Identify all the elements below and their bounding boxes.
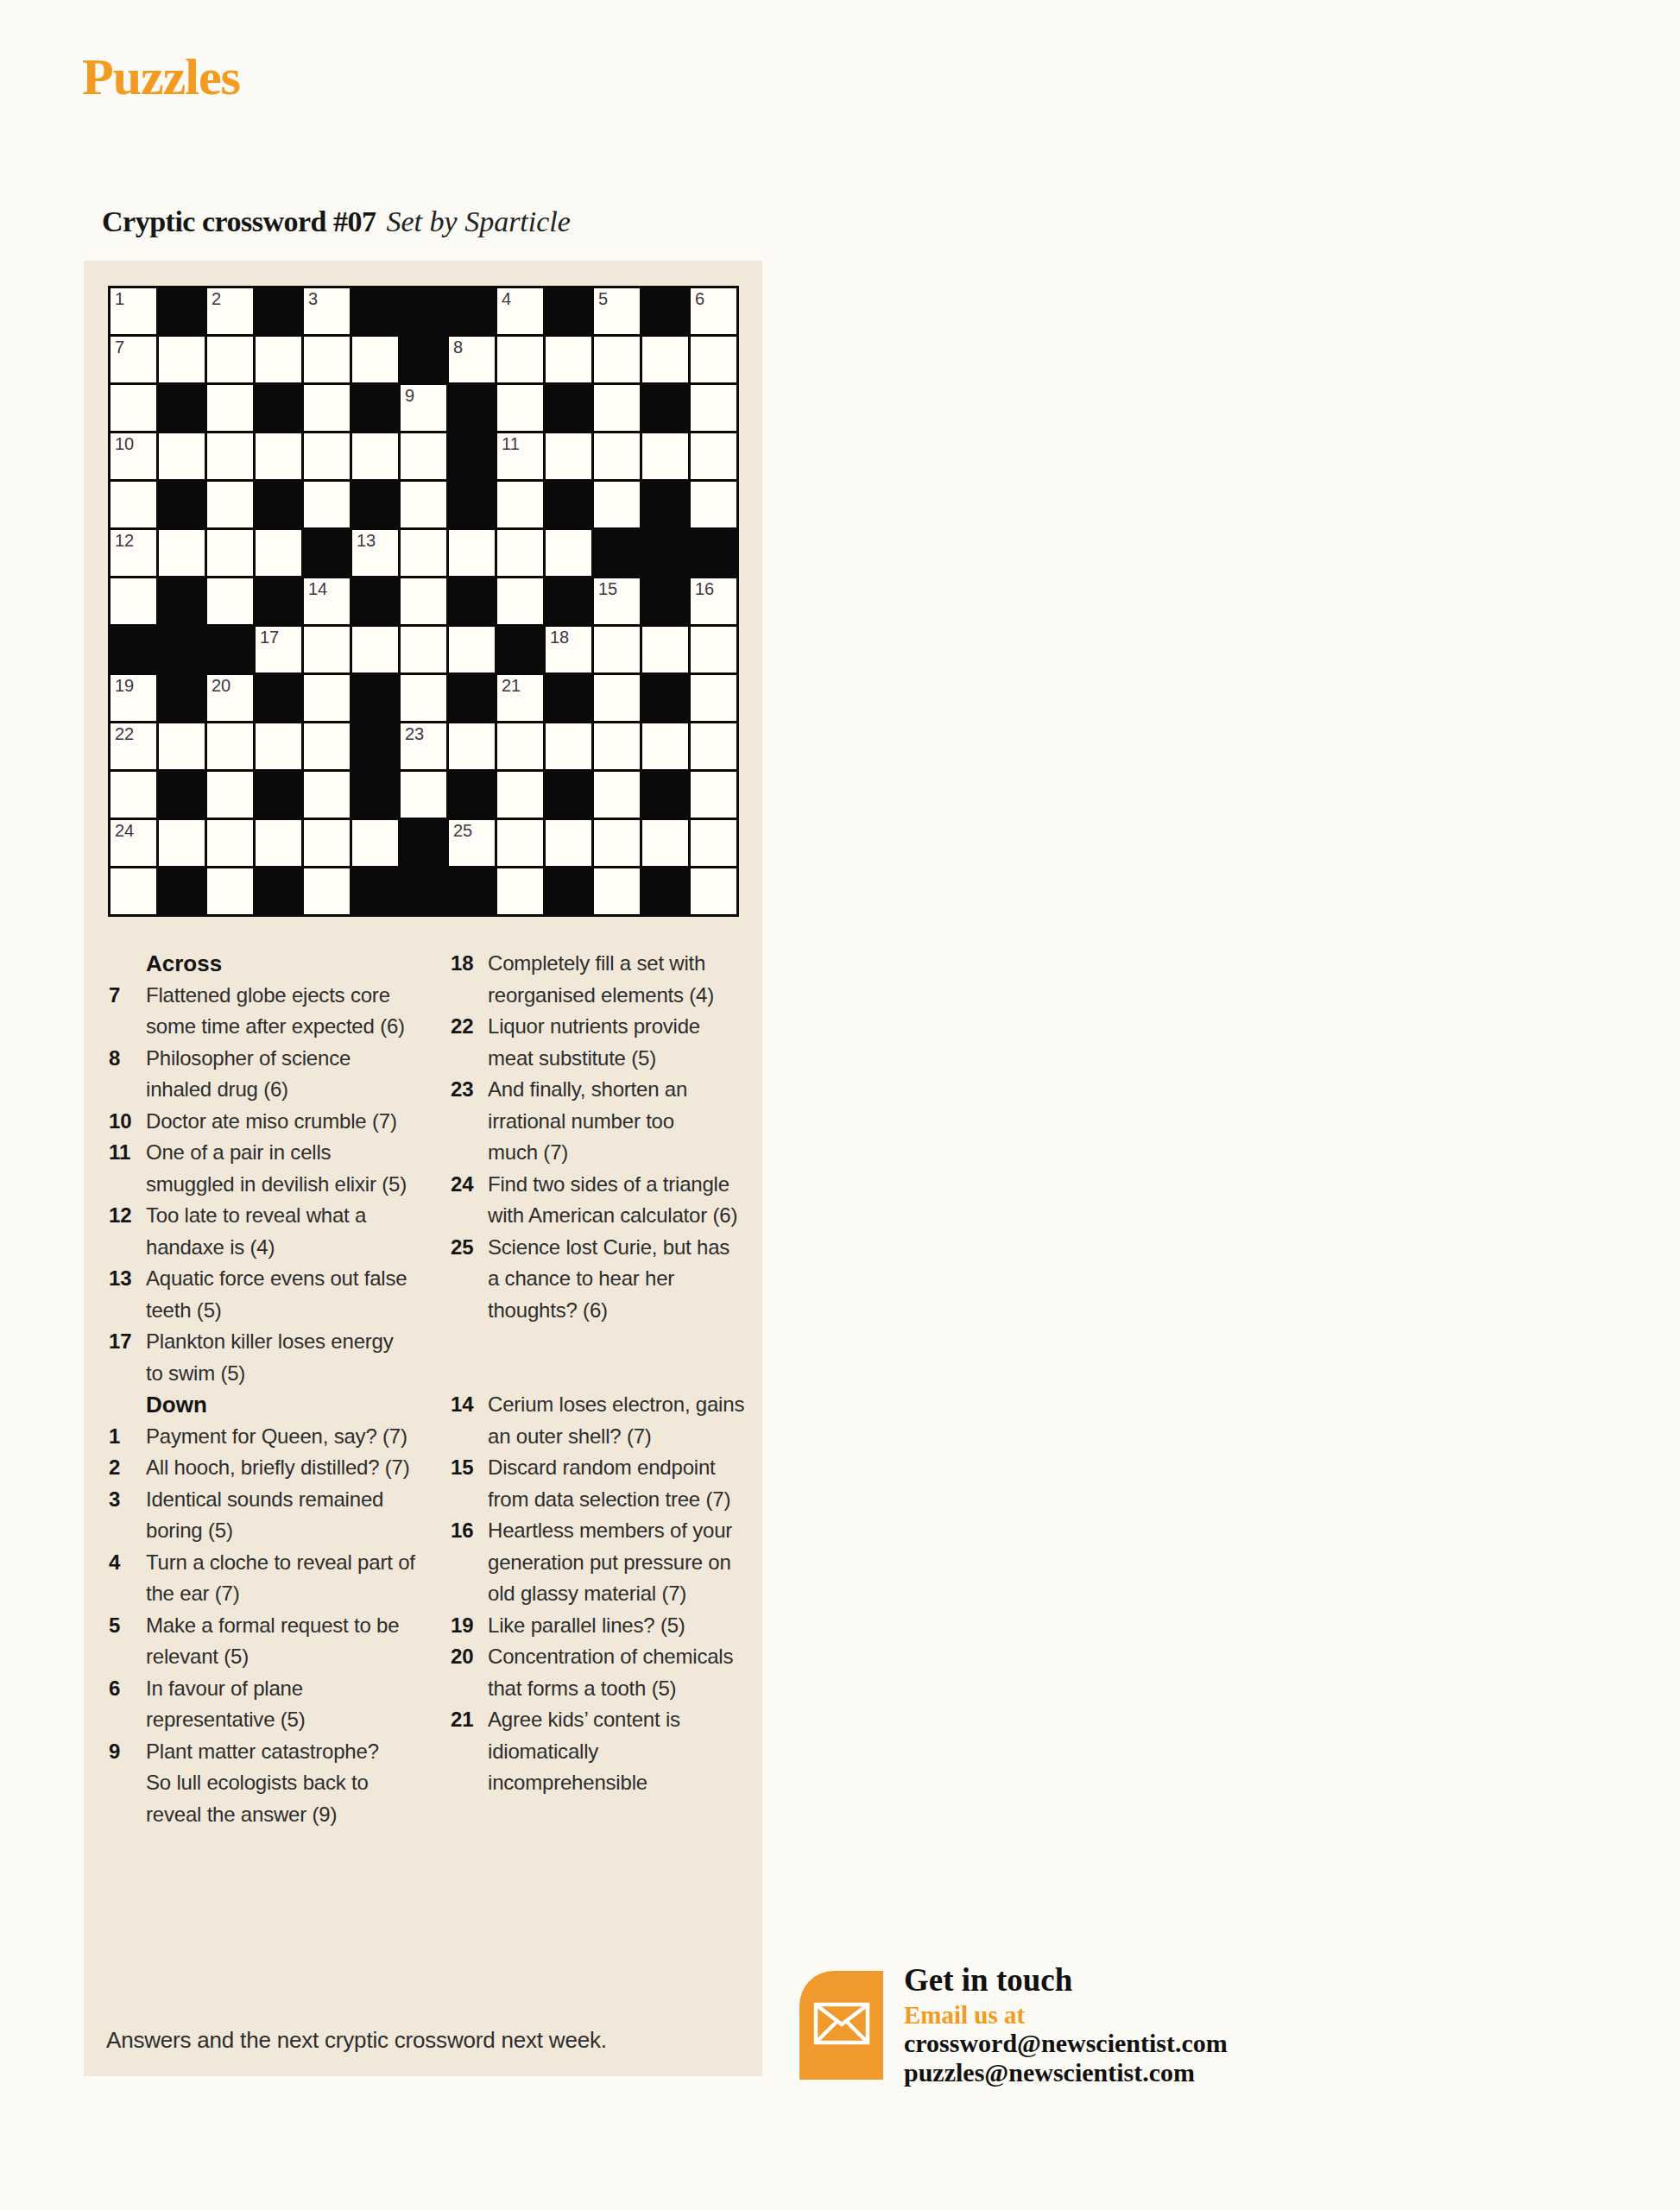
- cell-r6c6[interactable]: 13: [352, 530, 398, 576]
- cell-r10c6: [352, 723, 398, 769]
- clue-down-4: 4Turn a cloche to reveal part ofthe ear …: [109, 1547, 442, 1610]
- clue-number: 21: [451, 1704, 488, 1799]
- clue-down-14: 14Cerium loses electron, gainsan outer s…: [451, 1389, 755, 1452]
- cell-r5c4: [256, 482, 301, 527]
- cell-r4c10[interactable]: [546, 433, 591, 479]
- clues-column-left: Across7Flattened globe ejects coresome t…: [109, 948, 442, 1830]
- cell-r12c2[interactable]: [159, 820, 205, 866]
- cell-r5c1[interactable]: [111, 482, 156, 527]
- cell-r13c3[interactable]: [207, 868, 253, 914]
- cell-r5c9[interactable]: [497, 482, 543, 527]
- clue-down-15: 15Discard random endpointfrom data selec…: [451, 1452, 755, 1515]
- clue-number: 4: [109, 1547, 146, 1610]
- cell-r5c8: [449, 482, 495, 527]
- cell-r11c11[interactable]: [594, 772, 640, 818]
- cell-r10c10[interactable]: [546, 723, 591, 769]
- cell-number: 14: [308, 578, 327, 599]
- cell-r9c2: [159, 675, 205, 721]
- cell-r2c6[interactable]: [352, 337, 398, 382]
- cell-number: 4: [502, 288, 511, 309]
- cell-r11c6: [352, 772, 398, 818]
- cell-r8c12[interactable]: [642, 627, 688, 672]
- cell-r4c7[interactable]: [401, 433, 446, 479]
- puzzle-title-line: Cryptic crossword #07Set by Sparticle: [102, 205, 571, 238]
- clue-number: 22: [451, 1011, 488, 1074]
- clues-column-right: 18Completely fill a set withreorganised …: [451, 948, 755, 1799]
- cell-r3c10: [546, 385, 591, 431]
- clue-down-6: 6In favour of planerepresentative (5): [109, 1673, 442, 1736]
- cell-r3c11[interactable]: [594, 385, 640, 431]
- clue-text: Plant matter catastrophe?So lull ecologi…: [146, 1736, 379, 1831]
- cell-r12c11[interactable]: [594, 820, 640, 866]
- clue-number: 13: [109, 1263, 146, 1326]
- cell-r2c10[interactable]: [546, 337, 591, 382]
- cell-r6c1[interactable]: 12: [111, 530, 156, 576]
- cell-r1c13[interactable]: 6: [691, 288, 736, 334]
- cell-r4c9[interactable]: 11: [497, 433, 543, 479]
- clue-across-8: 8Philosopher of scienceinhaled drug (6): [109, 1043, 442, 1106]
- clue-across-22: 22Liquor nutrients providemeat substitut…: [451, 1011, 755, 1074]
- cell-r3c5[interactable]: [304, 385, 350, 431]
- clue-text: Concentration of chemicalsthat forms a t…: [488, 1641, 733, 1704]
- cell-r12c10[interactable]: [546, 820, 591, 866]
- puzzle-byline: Set by Sparticle: [387, 205, 571, 237]
- cell-r6c7[interactable]: [401, 530, 446, 576]
- cell-r3c13[interactable]: [691, 385, 736, 431]
- cell-number: 22: [115, 723, 134, 744]
- cell-r1c8: [449, 288, 495, 334]
- cell-r7c3[interactable]: [207, 578, 253, 624]
- cell-r11c8: [449, 772, 495, 818]
- cell-r1c10: [546, 288, 591, 334]
- cell-r13c12: [642, 868, 688, 914]
- clue-across-25: 25Science lost Curie, but hasa chance to…: [451, 1232, 755, 1327]
- cell-r12c6[interactable]: [352, 820, 398, 866]
- cell-number: 16: [695, 578, 714, 599]
- cell-r7c10: [546, 578, 591, 624]
- cell-r1c3[interactable]: 2: [207, 288, 253, 334]
- cell-r10c7[interactable]: 23: [401, 723, 446, 769]
- cell-r7c8: [449, 578, 495, 624]
- clue-number: 20: [451, 1641, 488, 1704]
- cell-r11c2: [159, 772, 205, 818]
- cell-r3c3[interactable]: [207, 385, 253, 431]
- cell-r13c6: [352, 868, 398, 914]
- cell-r12c1[interactable]: 24: [111, 820, 156, 866]
- cell-r4c5[interactable]: [304, 433, 350, 479]
- cell-r5c2: [159, 482, 205, 527]
- cell-r8c11[interactable]: [594, 627, 640, 672]
- clue-number: 16: [451, 1515, 488, 1610]
- clue-text: One of a pair in cellssmuggled in devili…: [146, 1137, 407, 1200]
- clue-text: Make a formal request to berelevant (5): [146, 1610, 399, 1673]
- cell-r9c13[interactable]: [691, 675, 736, 721]
- cell-r5c13[interactable]: [691, 482, 736, 527]
- cell-r8c1: [111, 627, 156, 672]
- cell-r9c1[interactable]: 19: [111, 675, 156, 721]
- cell-r5c3[interactable]: [207, 482, 253, 527]
- clue-text: Turn a cloche to reveal part ofthe ear (…: [146, 1547, 415, 1610]
- cell-r10c5[interactable]: [304, 723, 350, 769]
- clue-across-13: 13Aquatic force evens out falseteeth (5): [109, 1263, 442, 1326]
- cell-r10c11[interactable]: [594, 723, 640, 769]
- cell-r13c13[interactable]: [691, 868, 736, 914]
- cell-r4c1[interactable]: 10: [111, 433, 156, 479]
- clue-number: 6: [109, 1673, 146, 1736]
- cell-number: 23: [405, 723, 424, 744]
- cell-r5c10: [546, 482, 591, 527]
- cell-number: 2: [212, 288, 221, 309]
- cell-r9c4: [256, 675, 301, 721]
- cell-r1c11[interactable]: 5: [594, 288, 640, 334]
- clue-text: Payment for Queen, say? (7): [146, 1421, 407, 1453]
- answers-note: Answers and the next cryptic crossword n…: [106, 2027, 607, 2054]
- clue-across-12: 12Too late to reveal what ahandaxe is (4…: [109, 1200, 442, 1263]
- cell-r8c9: [497, 627, 543, 672]
- clue-number: 8: [109, 1043, 146, 1106]
- email-icon-tile: [799, 1971, 883, 2080]
- across-heading: Across: [146, 948, 442, 980]
- cell-r11c3[interactable]: [207, 772, 253, 818]
- cell-r5c6: [352, 482, 398, 527]
- cell-r2c9[interactable]: [497, 337, 543, 382]
- clue-text: Liquor nutrients providemeat substitute …: [488, 1011, 700, 1074]
- cell-r11c12: [642, 772, 688, 818]
- cell-r6c12: [642, 530, 688, 576]
- cell-r7c13[interactable]: 16: [691, 578, 736, 624]
- cell-number: 9: [405, 385, 414, 406]
- cell-r1c7: [401, 288, 446, 334]
- cell-r7c9[interactable]: [497, 578, 543, 624]
- cell-number: 1: [115, 288, 124, 309]
- cell-r4c8: [449, 433, 495, 479]
- cell-r3c12: [642, 385, 688, 431]
- cell-r8c8[interactable]: [449, 627, 495, 672]
- cell-r2c12[interactable]: [642, 337, 688, 382]
- clue-text: Heartless members of yourgeneration put …: [488, 1515, 732, 1610]
- cell-r8c4[interactable]: 17: [256, 627, 301, 672]
- cell-number: 5: [598, 288, 608, 309]
- cell-r13c1[interactable]: [111, 868, 156, 914]
- cell-number: 7: [115, 337, 124, 357]
- clue-text: Flattened globe ejects coresome time aft…: [146, 980, 405, 1043]
- puzzles-email[interactable]: puzzles@newscientist.com: [904, 2058, 1195, 2087]
- clue-number: 3: [109, 1484, 146, 1547]
- cell-r9c6: [352, 675, 398, 721]
- cell-r10c1[interactable]: 22: [111, 723, 156, 769]
- cell-r9c3[interactable]: 20: [207, 675, 253, 721]
- clue-text: Cerium loses electron, gainsan outer she…: [488, 1389, 744, 1452]
- clue-number: 1: [109, 1421, 146, 1453]
- cell-r12c9[interactable]: [497, 820, 543, 866]
- clue-text: Discard random endpointfrom data selecti…: [488, 1452, 730, 1515]
- clue-number: 18: [451, 948, 488, 1011]
- cell-r12c5[interactable]: [304, 820, 350, 866]
- clue-down-19: 19Like parallel lines? (5): [451, 1610, 755, 1642]
- clue-text: Find two sides of a trianglewith America…: [488, 1169, 737, 1232]
- cell-r6c10[interactable]: [546, 530, 591, 576]
- cell-r13c10: [546, 868, 591, 914]
- clue-text: Like parallel lines? (5): [488, 1610, 685, 1642]
- cell-number: 11: [502, 433, 520, 454]
- cell-r4c4[interactable]: [256, 433, 301, 479]
- cell-r6c11: [594, 530, 640, 576]
- cell-number: 13: [357, 530, 376, 551]
- clue-across-18: 18Completely fill a set withreorganised …: [451, 948, 755, 1011]
- cell-r3c4: [256, 385, 301, 431]
- cell-r3c1[interactable]: [111, 385, 156, 431]
- clue-across-11: 11One of a pair in cellssmuggled in devi…: [109, 1137, 442, 1200]
- cell-r13c7: [401, 868, 446, 914]
- cell-r8c6[interactable]: [352, 627, 398, 672]
- clue-text: Aquatic force evens out falseteeth (5): [146, 1263, 407, 1326]
- cell-r7c12: [642, 578, 688, 624]
- cell-r1c4: [256, 288, 301, 334]
- crossword-email[interactable]: crossword@newscientist.com: [904, 2029, 1228, 2058]
- cell-r3c9[interactable]: [497, 385, 543, 431]
- cell-r8c2: [159, 627, 205, 672]
- cell-r2c13[interactable]: [691, 337, 736, 382]
- clue-text: Science lost Curie, but hasa chance to h…: [488, 1232, 729, 1327]
- clue-number: 23: [451, 1074, 488, 1169]
- clue-number: 2: [109, 1452, 146, 1484]
- cell-r3c6: [352, 385, 398, 431]
- cell-r6c8[interactable]: [449, 530, 495, 576]
- cell-r7c4: [256, 578, 301, 624]
- clue-text: Completely fill a set withreorganised el…: [488, 948, 714, 1011]
- clue-number: 12: [109, 1200, 146, 1263]
- clue-number: 9: [109, 1736, 146, 1831]
- cell-r8c5[interactable]: [304, 627, 350, 672]
- cell-r1c12: [642, 288, 688, 334]
- cell-number: 10: [115, 433, 134, 454]
- clue-down-3: 3Identical sounds remainedboring (5): [109, 1484, 442, 1547]
- cell-number: 3: [308, 288, 318, 309]
- cell-r5c7[interactable]: [401, 482, 446, 527]
- cell-r5c12: [642, 482, 688, 527]
- down-heading: Down: [146, 1389, 442, 1421]
- cell-r13c9[interactable]: [497, 868, 543, 914]
- cell-r10c2[interactable]: [159, 723, 205, 769]
- cell-r13c4: [256, 868, 301, 914]
- cell-r10c3[interactable]: [207, 723, 253, 769]
- cell-number: 20: [212, 675, 231, 696]
- cell-r11c1[interactable]: [111, 772, 156, 818]
- cell-r13c8: [449, 868, 495, 914]
- clue-number: 10: [109, 1106, 146, 1138]
- cell-r10c12[interactable]: [642, 723, 688, 769]
- cell-r2c4[interactable]: [256, 337, 301, 382]
- cell-r11c13[interactable]: [691, 772, 736, 818]
- cell-r13c5[interactable]: [304, 868, 350, 914]
- cell-r11c5[interactable]: [304, 772, 350, 818]
- cell-r1c9[interactable]: 4: [497, 288, 543, 334]
- clue-text: All hooch, briefly distilled? (7): [146, 1452, 410, 1484]
- cell-r4c13[interactable]: [691, 433, 736, 479]
- cell-r2c2[interactable]: [159, 337, 205, 382]
- cell-r10c13[interactable]: [691, 723, 736, 769]
- email-us-at-label: Email us at: [904, 2001, 1025, 2030]
- cell-r1c2: [159, 288, 205, 334]
- crossword-grid: 1234567891011121314151617181920212223242…: [108, 286, 739, 917]
- clue-text: In favour of planerepresentative (5): [146, 1673, 306, 1736]
- cell-r6c9[interactable]: [497, 530, 543, 576]
- cell-r2c3[interactable]: [207, 337, 253, 382]
- cell-r1c5[interactable]: 3: [304, 288, 350, 334]
- clue-text: And finally, shorten anirrational number…: [488, 1074, 687, 1169]
- cell-r7c2: [159, 578, 205, 624]
- cell-r7c5[interactable]: 14: [304, 578, 350, 624]
- cell-number: 6: [695, 288, 704, 309]
- clue-number: 19: [451, 1610, 488, 1642]
- clue-number: 17: [109, 1326, 146, 1389]
- clue-number: 15: [451, 1452, 488, 1515]
- cell-r4c12[interactable]: [642, 433, 688, 479]
- clue-text: Too late to reveal what ahandaxe is (4): [146, 1200, 366, 1263]
- envelope-icon: [813, 2002, 870, 2049]
- cell-r10c4[interactable]: [256, 723, 301, 769]
- cell-r8c3: [207, 627, 253, 672]
- cell-r9c11[interactable]: [594, 675, 640, 721]
- cell-r13c2: [159, 868, 205, 914]
- cell-r5c5[interactable]: [304, 482, 350, 527]
- cell-r1c6: [352, 288, 398, 334]
- cell-r1c1[interactable]: 1: [111, 288, 156, 334]
- clue-across-7: 7Flattened globe ejects coresome time af…: [109, 980, 442, 1043]
- cell-r8c10[interactable]: 18: [546, 627, 591, 672]
- cell-r3c2: [159, 385, 205, 431]
- clue-across-23: 23And finally, shorten anirrational numb…: [451, 1074, 755, 1169]
- cell-r7c11[interactable]: 15: [594, 578, 640, 624]
- clue-number: 24: [451, 1169, 488, 1232]
- cell-r11c7[interactable]: [401, 772, 446, 818]
- cell-r9c8: [449, 675, 495, 721]
- clue-across-10: 10Doctor ate miso crumble (7): [109, 1106, 442, 1138]
- cell-r7c6: [352, 578, 398, 624]
- cell-r7c7[interactable]: [401, 578, 446, 624]
- cell-r3c8: [449, 385, 495, 431]
- cell-r12c3[interactable]: [207, 820, 253, 866]
- cell-r5c11[interactable]: [594, 482, 640, 527]
- cell-number: 12: [115, 530, 134, 551]
- clue-number: 11: [109, 1137, 146, 1200]
- clue-down-20: 20Concentration of chemicalsthat forms a…: [451, 1641, 755, 1704]
- cell-r6c3[interactable]: [207, 530, 253, 576]
- cell-r4c6[interactable]: [352, 433, 398, 479]
- cell-r2c11[interactable]: [594, 337, 640, 382]
- cell-r12c13[interactable]: [691, 820, 736, 866]
- cell-r13c11[interactable]: [594, 868, 640, 914]
- cell-r11c10: [546, 772, 591, 818]
- cell-r7c1[interactable]: [111, 578, 156, 624]
- clue-across-17: 17Plankton killer loses energyto swim (5…: [109, 1326, 442, 1389]
- cell-r6c2[interactable]: [159, 530, 205, 576]
- cell-number: 8: [453, 337, 463, 357]
- cell-r8c13[interactable]: [691, 627, 736, 672]
- clue-down-16: 16Heartless members of yourgeneration pu…: [451, 1515, 755, 1610]
- cell-r2c1[interactable]: 7: [111, 337, 156, 382]
- cell-r2c7: [401, 337, 446, 382]
- cell-number: 25: [453, 820, 472, 841]
- cell-r12c12[interactable]: [642, 820, 688, 866]
- cell-number: 17: [260, 627, 279, 647]
- clue-down-21: 21Agree kids’ content isidiomaticallyinc…: [451, 1704, 755, 1799]
- clue-across-24: 24Find two sides of a trianglewith Ameri…: [451, 1169, 755, 1232]
- clue-down-1: 1Payment for Queen, say? (7): [109, 1421, 442, 1453]
- cell-r3c7[interactable]: 9: [401, 385, 446, 431]
- column-spacer: [451, 1326, 755, 1389]
- cell-r4c11[interactable]: [594, 433, 640, 479]
- cell-r8c7[interactable]: [401, 627, 446, 672]
- clue-down-9: 9Plant matter catastrophe?So lull ecolog…: [109, 1736, 442, 1831]
- cell-number: 24: [115, 820, 134, 841]
- clue-text: Doctor ate miso crumble (7): [146, 1106, 397, 1138]
- clue-number: 7: [109, 980, 146, 1043]
- cell-number: 19: [115, 675, 134, 696]
- cell-r2c8[interactable]: 8: [449, 337, 495, 382]
- clue-text: Agree kids’ content isidiomaticallyincom…: [488, 1704, 680, 1799]
- clue-text: Identical sounds remainedboring (5): [146, 1484, 383, 1547]
- cell-r12c7: [401, 820, 446, 866]
- cell-r9c7[interactable]: [401, 675, 446, 721]
- cell-r6c13: [691, 530, 736, 576]
- clue-down-2: 2All hooch, briefly distilled? (7): [109, 1452, 442, 1484]
- clue-number: 14: [451, 1389, 488, 1452]
- page-title: Puzzles: [82, 47, 240, 107]
- cell-number: 21: [502, 675, 521, 696]
- cell-number: 15: [598, 578, 617, 599]
- cell-r4c3[interactable]: [207, 433, 253, 479]
- cell-r9c12: [642, 675, 688, 721]
- cell-r10c8[interactable]: [449, 723, 495, 769]
- clue-number: 5: [109, 1610, 146, 1673]
- clue-text: Philosopher of scienceinhaled drug (6): [146, 1043, 351, 1106]
- cell-r9c5[interactable]: [304, 675, 350, 721]
- cell-r4c2[interactable]: [159, 433, 205, 479]
- cell-r2c5[interactable]: [304, 337, 350, 382]
- puzzle-title: Cryptic crossword #07: [102, 205, 376, 237]
- clue-number: 25: [451, 1232, 488, 1327]
- cell-r11c4: [256, 772, 301, 818]
- cell-r10c9[interactable]: [497, 723, 543, 769]
- cell-r12c4[interactable]: [256, 820, 301, 866]
- cell-r6c4[interactable]: [256, 530, 301, 576]
- clue-down-5: 5Make a formal request to berelevant (5): [109, 1610, 442, 1673]
- cell-number: 18: [550, 627, 569, 647]
- clue-text: Plankton killer loses energyto swim (5): [146, 1326, 394, 1389]
- cell-r11c9[interactable]: [497, 772, 543, 818]
- cell-r9c10: [546, 675, 591, 721]
- get-in-touch-heading: Get in touch: [904, 1961, 1072, 1998]
- cell-r9c9[interactable]: 21: [497, 675, 543, 721]
- cell-r6c5: [304, 530, 350, 576]
- cell-r12c8[interactable]: 25: [449, 820, 495, 866]
